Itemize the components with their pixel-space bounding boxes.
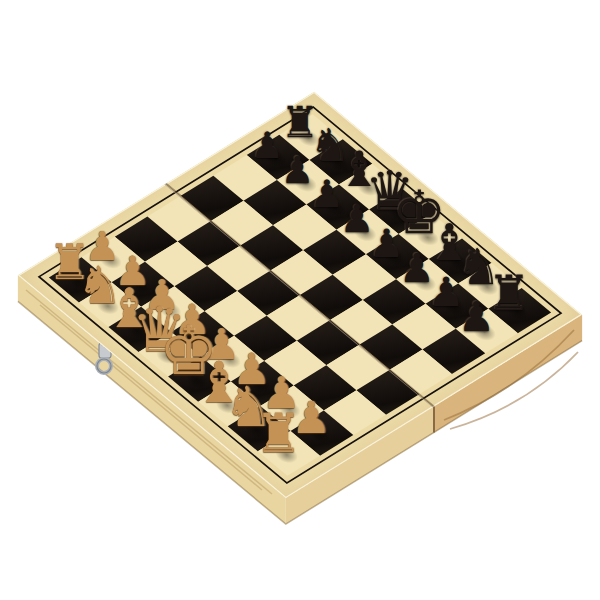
square-h1[interactable]: ♜ xyxy=(258,431,321,476)
scene: ♜♞♝♛♚♝♞♜♟♟♟♟♟♟♟♟♟♟♟♟♟♟♟♟♜♞♝♛♚♝♞♜ xyxy=(0,0,600,600)
white-rook[interactable]: ♜ xyxy=(245,406,312,460)
